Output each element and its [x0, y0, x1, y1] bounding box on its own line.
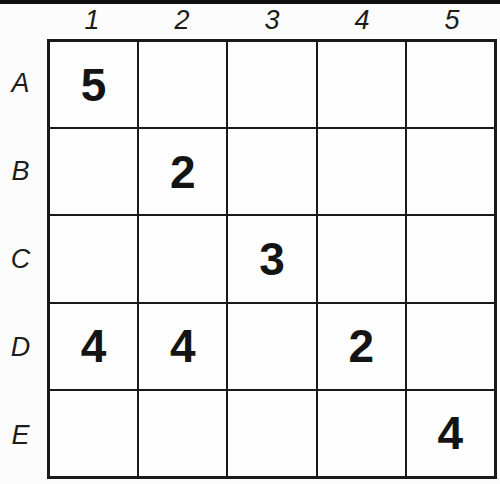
cell-D2[interactable]: 4 — [138, 303, 227, 390]
cell-C4[interactable] — [317, 215, 406, 302]
cell-A1[interactable]: 5 — [49, 41, 138, 128]
cell-C1[interactable] — [49, 215, 138, 302]
cell-C3[interactable]: 3 — [227, 215, 316, 302]
cell-E1[interactable] — [49, 390, 138, 477]
cell-D4[interactable]: 2 — [317, 303, 406, 390]
cell-B3[interactable] — [227, 128, 316, 215]
cell-A2[interactable] — [138, 41, 227, 128]
row-label-A: A — [0, 39, 47, 127]
cell-E5[interactable]: 4 — [406, 390, 495, 477]
cell-E3[interactable] — [227, 390, 316, 477]
cell-B1[interactable] — [49, 128, 138, 215]
cell-D3[interactable] — [227, 303, 316, 390]
cell-B5[interactable] — [406, 128, 495, 215]
cell-A3[interactable] — [227, 41, 316, 128]
puzzle-page: 1 2 3 4 5 A B C D E 5 2 3 4 4 2 — [0, 0, 500, 484]
column-label-3: 3 — [227, 4, 317, 39]
row-label-B: B — [0, 127, 47, 215]
column-label-4: 4 — [317, 4, 407, 39]
column-label-5: 5 — [407, 4, 497, 39]
cell-B2[interactable]: 2 — [138, 128, 227, 215]
cell-B4[interactable] — [317, 128, 406, 215]
row-label-E: E — [0, 391, 47, 479]
cell-E2[interactable] — [138, 390, 227, 477]
cell-E4[interactable] — [317, 390, 406, 477]
row-label-C: C — [0, 215, 47, 303]
cell-A4[interactable] — [317, 41, 406, 128]
cell-C5[interactable] — [406, 215, 495, 302]
puzzle-board: 5 2 3 4 4 2 4 — [47, 39, 497, 479]
cell-A5[interactable] — [406, 41, 495, 128]
cell-D1[interactable]: 4 — [49, 303, 138, 390]
column-label-2: 2 — [137, 4, 227, 39]
row-labels: A B C D E — [0, 39, 47, 479]
cell-D5[interactable] — [406, 303, 495, 390]
column-labels: 1 2 3 4 5 — [47, 4, 497, 39]
row-label-D: D — [0, 303, 47, 391]
column-label-1: 1 — [47, 4, 137, 39]
cell-C2[interactable] — [138, 215, 227, 302]
